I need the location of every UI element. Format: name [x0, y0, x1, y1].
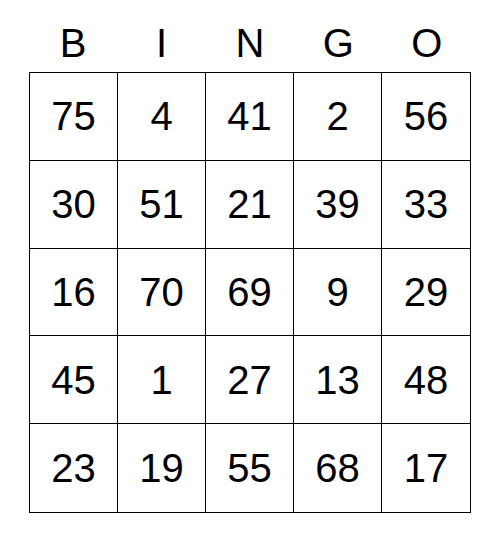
- header-letter-o: O: [383, 0, 471, 72]
- cell-r4-o[interactable]: 48: [382, 336, 470, 424]
- bingo-grid: 75 4 41 2 56 30 51 21 39 33 16 70 69 9 2…: [29, 72, 471, 513]
- cell-r3-i[interactable]: 70: [118, 249, 206, 337]
- cell-r2-o[interactable]: 33: [382, 161, 470, 249]
- cell-r5-o[interactable]: 17: [382, 424, 470, 512]
- cell-r1-b[interactable]: 75: [30, 73, 118, 161]
- cell-r5-b[interactable]: 23: [30, 424, 118, 512]
- cell-r3-g[interactable]: 9: [294, 249, 382, 337]
- header-letter-g: G: [294, 0, 382, 72]
- cell-r1-o[interactable]: 56: [382, 73, 470, 161]
- cell-r5-i[interactable]: 19: [118, 424, 206, 512]
- cell-r1-g[interactable]: 2: [294, 73, 382, 161]
- header-letter-n: N: [206, 0, 294, 72]
- bingo-card: B I N G O 75 4 41 2 56 30 51 21 39 33 16…: [0, 0, 500, 544]
- cell-r2-i[interactable]: 51: [118, 161, 206, 249]
- cell-r4-n[interactable]: 27: [206, 336, 294, 424]
- cell-r2-g[interactable]: 39: [294, 161, 382, 249]
- cell-r1-n[interactable]: 41: [206, 73, 294, 161]
- cell-r5-g[interactable]: 68: [294, 424, 382, 512]
- cell-r3-o[interactable]: 29: [382, 249, 470, 337]
- header-letter-b: B: [29, 0, 117, 72]
- cell-r3-b[interactable]: 16: [30, 249, 118, 337]
- cell-r4-g[interactable]: 13: [294, 336, 382, 424]
- cell-r1-i[interactable]: 4: [118, 73, 206, 161]
- header-letter-i: I: [117, 0, 205, 72]
- cell-r4-i[interactable]: 1: [118, 336, 206, 424]
- cell-r5-n[interactable]: 55: [206, 424, 294, 512]
- bingo-header: B I N G O: [29, 0, 471, 72]
- cell-r4-b[interactable]: 45: [30, 336, 118, 424]
- cell-r2-b[interactable]: 30: [30, 161, 118, 249]
- cell-r2-n[interactable]: 21: [206, 161, 294, 249]
- cell-r3-n[interactable]: 69: [206, 249, 294, 337]
